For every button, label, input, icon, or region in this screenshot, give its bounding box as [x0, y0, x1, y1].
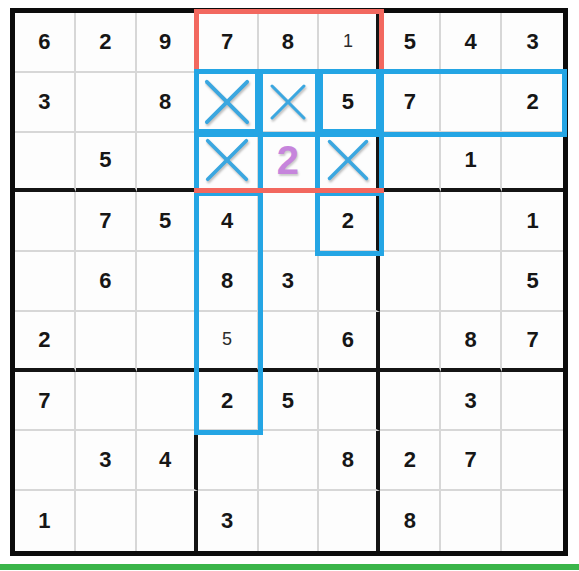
given-digit: 1 [465, 147, 477, 173]
cell-r5c8[interactable] [441, 252, 502, 312]
given-digit: 7 [38, 388, 50, 414]
cell-r9c3[interactable] [137, 491, 198, 551]
cell-r6c6[interactable]: 6 [319, 312, 380, 372]
cell-r4c2[interactable]: 7 [76, 192, 137, 252]
cell-r5c1[interactable] [15, 252, 76, 312]
x-mark-icon [203, 78, 251, 126]
cell-r1c2[interactable]: 2 [76, 13, 137, 73]
cell-r7c4[interactable]: 2 [198, 372, 259, 432]
cell-r5c3[interactable] [137, 252, 198, 312]
cell-r7c6[interactable] [319, 372, 380, 432]
cell-r8c1[interactable] [15, 431, 76, 491]
cell-r6c8[interactable]: 8 [441, 312, 502, 372]
cell-r9c6[interactable] [319, 491, 380, 551]
pencil-digit: 2 [277, 140, 299, 180]
given-digit: 6 [342, 327, 354, 353]
given-digit: 1 [526, 208, 538, 234]
given-digit: 7 [99, 208, 111, 234]
cell-r4c4[interactable]: 4 [198, 192, 259, 252]
cell-r3c1[interactable] [15, 133, 76, 193]
given-digit: 5 [526, 268, 538, 294]
cell-r9c2[interactable] [76, 491, 137, 551]
given-digit: 9 [159, 29, 171, 55]
cell-r2c4[interactable] [198, 73, 259, 133]
cell-r7c5[interactable]: 5 [259, 372, 320, 432]
given-digit: 2 [526, 89, 538, 115]
given-digit: 7 [465, 447, 477, 473]
given-digit: 3 [221, 508, 233, 534]
cell-r1c5[interactable]: 8 [259, 13, 320, 73]
given-digit: 6 [99, 268, 111, 294]
cell-r6c5[interactable] [259, 312, 320, 372]
given-digit: 2 [99, 29, 111, 55]
cell-r9c7[interactable]: 8 [380, 491, 441, 551]
cell-r2c9[interactable]: 2 [502, 73, 563, 133]
cell-r3c6[interactable] [319, 133, 380, 193]
cell-r4c6[interactable]: 2 [319, 192, 380, 252]
cell-r7c8[interactable]: 3 [441, 372, 502, 432]
cell-r9c8[interactable] [441, 491, 502, 551]
cell-r1c6[interactable]: 1 [319, 13, 380, 73]
cell-r6c2[interactable] [76, 312, 137, 372]
cell-r6c3[interactable] [137, 312, 198, 372]
given-digit: 8 [282, 29, 294, 55]
cell-r9c9[interactable] [502, 491, 563, 551]
green-bottom-bar [0, 564, 579, 570]
cell-r8c2[interactable]: 3 [76, 431, 137, 491]
cell-r2c5[interactable] [259, 73, 320, 133]
given-digit: 3 [99, 447, 111, 473]
x-mark-icon [326, 138, 370, 182]
cell-r5c2[interactable]: 6 [76, 252, 137, 312]
sudoku-board: 6297815433857252175421683525687725334827… [10, 8, 568, 556]
cell-r8c6[interactable]: 8 [319, 431, 380, 491]
cell-r2c3[interactable]: 8 [137, 73, 198, 133]
cell-r3c5[interactable]: 2 [259, 133, 320, 193]
given-digit: 5 [159, 208, 171, 234]
given-digit: 4 [465, 29, 477, 55]
given-digit: 8 [342, 447, 354, 473]
cell-r6c9[interactable]: 7 [502, 312, 563, 372]
cell-r4c1[interactable] [15, 192, 76, 252]
screenshot-root: 6297815433857252175421683525687725334827… [0, 0, 579, 571]
cell-r4c3[interactable]: 5 [137, 192, 198, 252]
x-mark-icon [269, 83, 307, 121]
given-digit: 3 [282, 268, 294, 294]
cell-r2c8[interactable] [441, 73, 502, 133]
cell-r4c7[interactable] [380, 192, 441, 252]
given-digit: 3 [465, 388, 477, 414]
cell-r1c1[interactable]: 6 [15, 13, 76, 73]
cell-r3c8[interactable]: 1 [441, 133, 502, 193]
cell-r5c5[interactable]: 3 [259, 252, 320, 312]
cell-r8c7[interactable]: 2 [380, 431, 441, 491]
given-digit: 8 [221, 268, 233, 294]
entered-digit: 1 [343, 31, 353, 52]
cell-r3c9[interactable] [502, 133, 563, 193]
given-digit: 1 [38, 508, 50, 534]
cell-r3c3[interactable] [137, 133, 198, 193]
cell-r4c5[interactable] [259, 192, 320, 252]
cell-r5c4[interactable]: 8 [198, 252, 259, 312]
cell-r8c4[interactable] [198, 431, 259, 491]
cell-r5c9[interactable]: 5 [502, 252, 563, 312]
cell-r2c6[interactable]: 5 [319, 73, 380, 133]
given-digit: 8 [159, 89, 171, 115]
given-digit: 2 [38, 327, 50, 353]
cell-r7c2[interactable] [76, 372, 137, 432]
given-digit: 2 [221, 388, 233, 414]
given-digit: 4 [159, 447, 171, 473]
cell-r1c3[interactable]: 9 [137, 13, 198, 73]
cell-r7c9[interactable] [502, 372, 563, 432]
given-digit: 8 [404, 508, 416, 534]
cell-r2c7[interactable]: 7 [380, 73, 441, 133]
cell-r3c4[interactable] [198, 133, 259, 193]
given-digit: 3 [526, 29, 538, 55]
cell-r6c7[interactable] [380, 312, 441, 372]
cell-r7c1[interactable]: 7 [15, 372, 76, 432]
given-digit: 5 [404, 29, 416, 55]
cell-r1c9[interactable]: 3 [502, 13, 563, 73]
cell-r6c1[interactable]: 2 [15, 312, 76, 372]
cell-r1c8[interactable]: 4 [441, 13, 502, 73]
cell-r4c9[interactable]: 1 [502, 192, 563, 252]
cell-r1c4[interactable]: 7 [198, 13, 259, 73]
given-digit: 5 [99, 147, 111, 173]
cell-r5c6[interactable] [319, 252, 380, 312]
given-digit: 6 [38, 29, 50, 55]
cell-r7c7[interactable] [380, 372, 441, 432]
cell-r9c5[interactable] [259, 491, 320, 551]
given-digit: 7 [404, 89, 416, 115]
cell-r8c9[interactable] [502, 431, 563, 491]
cell-r4c8[interactable] [441, 192, 502, 252]
entered-digit: 5 [222, 329, 232, 350]
given-digit: 3 [38, 89, 50, 115]
given-digit: 4 [221, 208, 233, 234]
sudoku-grid: 6297815433857252175421683525687725334827… [15, 13, 563, 551]
given-digit: 7 [221, 29, 233, 55]
cell-r2c2[interactable] [76, 73, 137, 133]
given-digit: 7 [526, 327, 538, 353]
cell-r3c2[interactable]: 5 [76, 133, 137, 193]
cell-r1c7[interactable]: 5 [380, 13, 441, 73]
cell-r6c4[interactable]: 5 [198, 312, 259, 372]
given-digit: 5 [342, 89, 354, 115]
given-digit: 2 [404, 447, 416, 473]
cell-r9c1[interactable]: 1 [15, 491, 76, 551]
x-mark-icon [204, 137, 250, 183]
cell-r9c4[interactable]: 3 [198, 491, 259, 551]
cell-r5c7[interactable] [380, 252, 441, 312]
cell-r8c5[interactable] [259, 431, 320, 491]
given-digit: 8 [465, 327, 477, 353]
cell-r2c1[interactable]: 3 [15, 73, 76, 133]
cell-r8c3[interactable]: 4 [137, 431, 198, 491]
given-digit: 5 [282, 388, 294, 414]
cell-r7c3[interactable] [137, 372, 198, 432]
cell-r3c7[interactable] [380, 133, 441, 193]
given-digit: 2 [342, 208, 354, 234]
cell-r8c8[interactable]: 7 [441, 431, 502, 491]
